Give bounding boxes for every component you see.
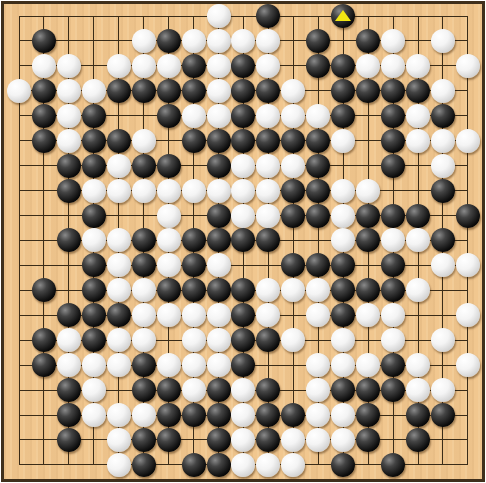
stone-white[interactable] — [256, 54, 280, 78]
stone-black[interactable] — [157, 403, 181, 427]
stone-black[interactable] — [281, 179, 305, 203]
stone-white[interactable] — [231, 403, 255, 427]
stone-black[interactable] — [331, 104, 355, 128]
stone-black[interactable] — [207, 154, 231, 178]
stone-black[interactable] — [331, 54, 355, 78]
stone-black[interactable] — [57, 378, 81, 402]
stone-white[interactable] — [256, 104, 280, 128]
stone-white[interactable] — [107, 353, 131, 377]
stone-black[interactable] — [306, 253, 330, 277]
stone-white[interactable] — [157, 204, 181, 228]
stone-white[interactable] — [57, 54, 81, 78]
stone-white[interactable] — [207, 179, 231, 203]
stone-black[interactable] — [32, 29, 56, 53]
stone-black[interactable] — [132, 228, 156, 252]
stone-black[interactable] — [331, 303, 355, 327]
stone-white[interactable] — [381, 54, 405, 78]
stone-black[interactable] — [306, 129, 330, 153]
stone-white[interactable] — [331, 179, 355, 203]
stone-black[interactable] — [207, 204, 231, 228]
stone-white[interactable] — [281, 428, 305, 452]
stone-black[interactable] — [82, 328, 106, 352]
stone-black[interactable] — [306, 179, 330, 203]
stone-black[interactable] — [281, 129, 305, 153]
stone-white[interactable] — [431, 328, 455, 352]
stone-white[interactable] — [157, 54, 181, 78]
stone-black[interactable] — [207, 129, 231, 153]
stone-white[interactable] — [82, 79, 106, 103]
stone-black[interactable] — [406, 79, 430, 103]
stone-white[interactable] — [331, 228, 355, 252]
stone-white[interactable] — [406, 278, 430, 302]
stone-white[interactable] — [107, 253, 131, 277]
stone-white[interactable] — [182, 179, 206, 203]
stone-black[interactable] — [107, 79, 131, 103]
stone-white[interactable] — [256, 303, 280, 327]
stone-white[interactable] — [57, 79, 81, 103]
stone-white[interactable] — [107, 453, 131, 477]
stone-white[interactable] — [231, 453, 255, 477]
stone-white[interactable] — [107, 328, 131, 352]
stone-black[interactable] — [256, 228, 280, 252]
stone-white[interactable] — [132, 179, 156, 203]
stone-black[interactable] — [356, 228, 380, 252]
stone-white[interactable] — [207, 303, 231, 327]
stone-white[interactable] — [356, 179, 380, 203]
stone-white[interactable] — [331, 328, 355, 352]
stone-black[interactable] — [132, 453, 156, 477]
stone-black[interactable] — [82, 278, 106, 302]
stone-black[interactable] — [107, 303, 131, 327]
stone-white[interactable] — [207, 253, 231, 277]
stone-black[interactable] — [132, 154, 156, 178]
stone-black[interactable] — [182, 129, 206, 153]
stone-white[interactable] — [281, 328, 305, 352]
stone-black[interactable] — [406, 204, 430, 228]
stone-white[interactable] — [107, 403, 131, 427]
stone-black[interactable] — [356, 278, 380, 302]
stone-white[interactable] — [456, 303, 480, 327]
stone-white[interactable] — [281, 104, 305, 128]
stone-black[interactable] — [356, 378, 380, 402]
stone-black[interactable] — [431, 228, 455, 252]
stone-black[interactable] — [157, 428, 181, 452]
stone-black[interactable] — [356, 428, 380, 452]
stone-black[interactable] — [431, 179, 455, 203]
stone-black[interactable] — [281, 204, 305, 228]
stone-black-last-move[interactable] — [331, 4, 355, 28]
stone-black[interactable] — [331, 378, 355, 402]
stone-black[interactable] — [57, 428, 81, 452]
stone-white[interactable] — [7, 79, 31, 103]
stone-white[interactable] — [306, 403, 330, 427]
stone-white[interactable] — [456, 129, 480, 153]
stone-white[interactable] — [231, 29, 255, 53]
stone-white[interactable] — [32, 54, 56, 78]
stone-black[interactable] — [331, 79, 355, 103]
stone-white[interactable] — [107, 428, 131, 452]
stone-black[interactable] — [306, 204, 330, 228]
stone-black[interactable] — [306, 54, 330, 78]
stone-black[interactable] — [207, 228, 231, 252]
stone-black[interactable] — [207, 453, 231, 477]
stone-white[interactable] — [431, 378, 455, 402]
stone-black[interactable] — [132, 79, 156, 103]
stone-black[interactable] — [406, 403, 430, 427]
stone-black[interactable] — [456, 204, 480, 228]
stone-white[interactable] — [207, 353, 231, 377]
stone-white[interactable] — [82, 403, 106, 427]
stone-white[interactable] — [406, 129, 430, 153]
stone-black[interactable] — [82, 303, 106, 327]
stone-black[interactable] — [132, 353, 156, 377]
stone-white[interactable] — [107, 154, 131, 178]
stone-white[interactable] — [331, 428, 355, 452]
stone-white[interactable] — [331, 353, 355, 377]
stone-white[interactable] — [157, 253, 181, 277]
stone-white[interactable] — [82, 353, 106, 377]
stone-white[interactable] — [331, 204, 355, 228]
go-client-screenshot — [0, 0, 486, 483]
stone-black[interactable] — [356, 204, 380, 228]
stone-black[interactable] — [32, 278, 56, 302]
stone-black[interactable] — [57, 179, 81, 203]
stone-black[interactable] — [157, 79, 181, 103]
stone-white[interactable] — [132, 303, 156, 327]
stone-black[interactable] — [32, 353, 56, 377]
stone-black[interactable] — [256, 428, 280, 452]
stone-black[interactable] — [157, 378, 181, 402]
stone-black[interactable] — [381, 129, 405, 153]
stone-black[interactable] — [182, 54, 206, 78]
stone-white[interactable] — [306, 378, 330, 402]
stone-white[interactable] — [406, 353, 430, 377]
stone-white[interactable] — [132, 29, 156, 53]
stone-white[interactable] — [281, 278, 305, 302]
stone-white[interactable] — [207, 4, 231, 28]
stone-black[interactable] — [32, 129, 56, 153]
stone-black[interactable] — [182, 403, 206, 427]
stone-black[interactable] — [231, 79, 255, 103]
stone-black[interactable] — [256, 79, 280, 103]
stone-black[interactable] — [306, 29, 330, 53]
stone-black[interactable] — [331, 453, 355, 477]
last-move-marker-triangle — [335, 10, 351, 21]
stone-white[interactable] — [331, 403, 355, 427]
stone-black[interactable] — [157, 278, 181, 302]
stone-white[interactable] — [231, 179, 255, 203]
stone-black[interactable] — [132, 428, 156, 452]
stone-white[interactable] — [231, 378, 255, 402]
stone-white[interactable] — [182, 378, 206, 402]
stone-black[interactable] — [406, 428, 430, 452]
stone-black[interactable] — [57, 154, 81, 178]
stone-white[interactable] — [57, 104, 81, 128]
stone-white[interactable] — [256, 453, 280, 477]
stone-black[interactable] — [82, 129, 106, 153]
stone-black[interactable] — [381, 79, 405, 103]
stone-white[interactable] — [406, 378, 430, 402]
stone-black[interactable] — [231, 353, 255, 377]
stone-white[interactable] — [356, 303, 380, 327]
stone-black[interactable] — [356, 79, 380, 103]
stone-black[interactable] — [256, 403, 280, 427]
stone-white[interactable] — [456, 353, 480, 377]
stone-white[interactable] — [256, 154, 280, 178]
stone-white[interactable] — [207, 54, 231, 78]
stone-white[interactable] — [132, 54, 156, 78]
stone-white[interactable] — [57, 353, 81, 377]
stone-white[interactable] — [132, 129, 156, 153]
stone-white[interactable] — [157, 303, 181, 327]
stone-black[interactable] — [231, 303, 255, 327]
stone-white[interactable] — [306, 104, 330, 128]
stone-black[interactable] — [132, 378, 156, 402]
stone-black[interactable] — [256, 328, 280, 352]
stone-white[interactable] — [306, 353, 330, 377]
stone-black[interactable] — [431, 104, 455, 128]
stone-black[interactable] — [157, 104, 181, 128]
stone-black[interactable] — [57, 403, 81, 427]
stone-black[interactable] — [57, 303, 81, 327]
stone-white[interactable] — [306, 278, 330, 302]
stone-black[interactable] — [381, 378, 405, 402]
stone-white[interactable] — [107, 54, 131, 78]
stone-black[interactable] — [256, 378, 280, 402]
stone-black[interactable] — [182, 79, 206, 103]
stone-black[interactable] — [231, 129, 255, 153]
stone-white[interactable] — [431, 129, 455, 153]
stone-black[interactable] — [306, 154, 330, 178]
stone-black[interactable] — [32, 328, 56, 352]
stone-black[interactable] — [381, 253, 405, 277]
stone-black[interactable] — [207, 428, 231, 452]
stone-black[interactable] — [182, 228, 206, 252]
stone-white[interactable] — [182, 328, 206, 352]
stone-white[interactable] — [231, 204, 255, 228]
stone-black[interactable] — [381, 278, 405, 302]
stone-white[interactable] — [331, 129, 355, 153]
stone-white[interactable] — [107, 228, 131, 252]
stone-white[interactable] — [281, 453, 305, 477]
stone-white[interactable] — [306, 428, 330, 452]
stone-white[interactable] — [182, 29, 206, 53]
stone-white[interactable] — [431, 154, 455, 178]
stone-black[interactable] — [231, 104, 255, 128]
stone-black[interactable] — [82, 253, 106, 277]
stone-black[interactable] — [231, 328, 255, 352]
stone-white[interactable] — [231, 154, 255, 178]
stone-black[interactable] — [381, 104, 405, 128]
stone-white[interactable] — [256, 179, 280, 203]
stone-white[interactable] — [256, 278, 280, 302]
stone-white[interactable] — [82, 228, 106, 252]
stone-white[interactable] — [231, 428, 255, 452]
stone-white[interactable] — [82, 378, 106, 402]
stone-white[interactable] — [157, 179, 181, 203]
stone-white[interactable] — [456, 253, 480, 277]
stone-white[interactable] — [207, 328, 231, 352]
stone-black[interactable] — [82, 154, 106, 178]
stone-white[interactable] — [182, 104, 206, 128]
stone-white[interactable] — [431, 29, 455, 53]
stone-white[interactable] — [157, 228, 181, 252]
stone-black[interactable] — [182, 278, 206, 302]
stone-black[interactable] — [57, 228, 81, 252]
stone-white[interactable] — [356, 353, 380, 377]
stone-white[interactable] — [356, 54, 380, 78]
stone-black[interactable] — [32, 79, 56, 103]
stone-black[interactable] — [157, 154, 181, 178]
stone-white[interactable] — [381, 228, 405, 252]
stone-white[interactable] — [406, 54, 430, 78]
stone-black[interactable] — [132, 253, 156, 277]
stone-white[interactable] — [57, 328, 81, 352]
stone-white[interactable] — [381, 29, 405, 53]
stone-white[interactable] — [157, 353, 181, 377]
stone-white[interactable] — [256, 29, 280, 53]
stone-white[interactable] — [256, 204, 280, 228]
stone-white[interactable] — [107, 278, 131, 302]
stone-white[interactable] — [431, 79, 455, 103]
stone-black[interactable] — [157, 29, 181, 53]
stone-black[interactable] — [231, 278, 255, 302]
stone-black[interactable] — [207, 278, 231, 302]
stone-white[interactable] — [281, 154, 305, 178]
stone-white[interactable] — [107, 179, 131, 203]
stone-white[interactable] — [406, 228, 430, 252]
stone-black[interactable] — [331, 278, 355, 302]
stone-white[interactable] — [381, 328, 405, 352]
stone-black[interactable] — [256, 129, 280, 153]
stone-black[interactable] — [381, 453, 405, 477]
stone-black[interactable] — [207, 378, 231, 402]
stone-black[interactable] — [356, 403, 380, 427]
stone-white[interactable] — [182, 303, 206, 327]
stone-black[interactable] — [182, 253, 206, 277]
stone-white[interactable] — [207, 104, 231, 128]
stone-white[interactable] — [82, 179, 106, 203]
stone-black[interactable] — [82, 104, 106, 128]
stone-white[interactable] — [456, 54, 480, 78]
stone-white[interactable] — [406, 104, 430, 128]
stone-black[interactable] — [281, 253, 305, 277]
stone-black[interactable] — [107, 129, 131, 153]
stone-white[interactable] — [57, 129, 81, 153]
grid-line-vertical — [467, 16, 468, 465]
stone-black[interactable] — [182, 453, 206, 477]
stone-white[interactable] — [207, 29, 231, 53]
stone-white[interactable] — [132, 403, 156, 427]
stone-black[interactable] — [32, 104, 56, 128]
stone-black[interactable] — [381, 154, 405, 178]
stone-black[interactable] — [231, 54, 255, 78]
stone-black[interactable] — [207, 403, 231, 427]
stone-black[interactable] — [82, 204, 106, 228]
stone-white[interactable] — [381, 303, 405, 327]
stone-white[interactable] — [132, 278, 156, 302]
stone-black[interactable] — [331, 253, 355, 277]
stone-white[interactable] — [132, 328, 156, 352]
stone-black[interactable] — [231, 228, 255, 252]
stone-white[interactable] — [306, 303, 330, 327]
stone-black[interactable] — [256, 4, 280, 28]
stone-black[interactable] — [431, 403, 455, 427]
stone-white[interactable] — [281, 79, 305, 103]
stone-black[interactable] — [381, 204, 405, 228]
stone-white[interactable] — [207, 79, 231, 103]
stone-white[interactable] — [431, 253, 455, 277]
stone-white[interactable] — [182, 353, 206, 377]
stone-black[interactable] — [356, 29, 380, 53]
go-board[interactable] — [1, 1, 485, 482]
stone-black[interactable] — [281, 403, 305, 427]
stone-black[interactable] — [381, 353, 405, 377]
